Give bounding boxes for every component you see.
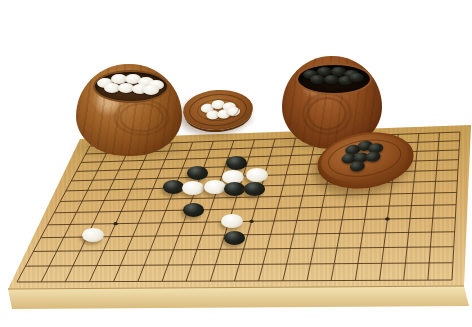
bowl-black-opening: [296, 63, 372, 95]
lid-white-stone: [200, 103, 214, 113]
board-front-edge: [8, 286, 469, 309]
bowl-white-stone: [143, 85, 159, 95]
lid-white-stone: [211, 99, 225, 109]
lid-black-stone: [349, 160, 365, 172]
white-stone-bowl[interactable]: [76, 64, 182, 156]
bowl-black-stone: [349, 73, 364, 82]
bowl-black-stone: [310, 75, 325, 84]
star-point: [249, 220, 254, 223]
lid-white-stone: [205, 109, 219, 119]
lid-black-stone: [364, 151, 380, 163]
lid-white-stone: [226, 106, 240, 116]
star-point: [385, 217, 390, 220]
lid-white-stone: [222, 101, 236, 111]
lid-white-stone: [216, 109, 230, 119]
star-point: [113, 222, 118, 225]
bowl-black-stone: [324, 75, 339, 84]
bowl-white-opening: [93, 70, 169, 103]
go-set-photo: [0, 0, 472, 327]
